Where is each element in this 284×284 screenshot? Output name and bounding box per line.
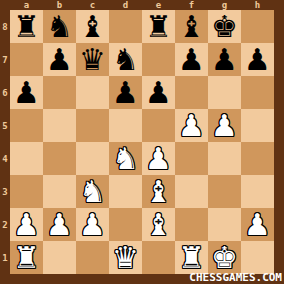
square-h3[interactable] bbox=[241, 175, 274, 208]
piece-black-pawn: ♟ bbox=[13, 76, 40, 109]
piece-white-pawn: ♟ bbox=[211, 109, 238, 142]
square-a8[interactable]: ♜ bbox=[10, 10, 43, 43]
square-c8[interactable]: ♝ bbox=[76, 10, 109, 43]
square-f5[interactable]: ♟ bbox=[175, 109, 208, 142]
square-d4[interactable]: ♞ bbox=[109, 142, 142, 175]
piece-white-pawn: ♟ bbox=[178, 109, 205, 142]
square-h8[interactable] bbox=[241, 10, 274, 43]
square-h4[interactable] bbox=[241, 142, 274, 175]
piece-white-rook: ♜ bbox=[178, 241, 205, 274]
square-c2[interactable]: ♟ bbox=[76, 208, 109, 241]
square-g5[interactable]: ♟ bbox=[208, 109, 241, 142]
square-e4[interactable]: ♟ bbox=[142, 142, 175, 175]
square-b2[interactable]: ♟ bbox=[43, 208, 76, 241]
piece-black-pawn: ♟ bbox=[244, 43, 271, 76]
square-g3[interactable] bbox=[208, 175, 241, 208]
piece-white-bishop: ♝ bbox=[145, 175, 172, 208]
piece-black-knight: ♞ bbox=[46, 10, 73, 43]
square-e3[interactable]: ♝ bbox=[142, 175, 175, 208]
square-b5[interactable] bbox=[43, 109, 76, 142]
rank-label-8: 8 bbox=[0, 10, 10, 43]
piece-black-bishop: ♝ bbox=[178, 10, 205, 43]
square-c3[interactable]: ♞ bbox=[76, 175, 109, 208]
square-b3[interactable] bbox=[43, 175, 76, 208]
file-label-h: h bbox=[241, 0, 274, 10]
square-e5[interactable] bbox=[142, 109, 175, 142]
square-a3[interactable] bbox=[10, 175, 43, 208]
square-b1[interactable] bbox=[43, 241, 76, 274]
square-e2[interactable]: ♝ bbox=[142, 208, 175, 241]
square-a1[interactable]: ♜ bbox=[10, 241, 43, 274]
square-f2[interactable] bbox=[175, 208, 208, 241]
square-d7[interactable]: ♞ bbox=[109, 43, 142, 76]
piece-white-pawn: ♟ bbox=[46, 208, 73, 241]
piece-white-king: ♚ bbox=[211, 241, 238, 274]
square-h7[interactable]: ♟ bbox=[241, 43, 274, 76]
square-a7[interactable] bbox=[10, 43, 43, 76]
rank-label-3: 3 bbox=[0, 175, 10, 208]
piece-black-queen: ♛ bbox=[79, 43, 106, 76]
square-d6[interactable]: ♟ bbox=[109, 76, 142, 109]
piece-white-knight: ♞ bbox=[112, 142, 139, 175]
square-b7[interactable]: ♟ bbox=[43, 43, 76, 76]
piece-black-king: ♚ bbox=[211, 10, 238, 43]
chess-board: ♜♞♝♜♝♚♟♛♞♟♟♟♟♟♟♟♟♞♟♞♝♟♟♟♝♟♜♛♜♚ bbox=[10, 10, 274, 274]
square-h1[interactable] bbox=[241, 241, 274, 274]
piece-white-pawn: ♟ bbox=[244, 208, 271, 241]
rank-label-2: 2 bbox=[0, 208, 10, 241]
square-f4[interactable] bbox=[175, 142, 208, 175]
square-d8[interactable] bbox=[109, 10, 142, 43]
square-a6[interactable]: ♟ bbox=[10, 76, 43, 109]
square-f8[interactable]: ♝ bbox=[175, 10, 208, 43]
square-c6[interactable] bbox=[76, 76, 109, 109]
square-h5[interactable] bbox=[241, 109, 274, 142]
piece-white-rook: ♜ bbox=[13, 241, 40, 274]
square-e1[interactable] bbox=[142, 241, 175, 274]
piece-black-knight: ♞ bbox=[112, 43, 139, 76]
rank-label-4: 4 bbox=[0, 142, 10, 175]
square-b6[interactable] bbox=[43, 76, 76, 109]
square-e6[interactable]: ♟ bbox=[142, 76, 175, 109]
square-d5[interactable] bbox=[109, 109, 142, 142]
piece-black-pawn: ♟ bbox=[46, 43, 73, 76]
square-c5[interactable] bbox=[76, 109, 109, 142]
square-b4[interactable] bbox=[43, 142, 76, 175]
rank-label-5: 5 bbox=[0, 109, 10, 142]
square-c1[interactable] bbox=[76, 241, 109, 274]
piece-black-pawn: ♟ bbox=[178, 43, 205, 76]
square-f6[interactable] bbox=[175, 76, 208, 109]
square-f1[interactable]: ♜ bbox=[175, 241, 208, 274]
piece-white-pawn: ♟ bbox=[145, 142, 172, 175]
square-g2[interactable] bbox=[208, 208, 241, 241]
piece-black-rook: ♜ bbox=[145, 10, 172, 43]
rank-label-1: 1 bbox=[0, 241, 10, 274]
piece-white-pawn: ♟ bbox=[13, 208, 40, 241]
square-g8[interactable]: ♚ bbox=[208, 10, 241, 43]
rank-label-7: 7 bbox=[0, 43, 10, 76]
square-e7[interactable] bbox=[142, 43, 175, 76]
square-d1[interactable]: ♛ bbox=[109, 241, 142, 274]
square-a4[interactable] bbox=[10, 142, 43, 175]
chess-diagram: abcdefgh 87654321 ♜♞♝♜♝♚♟♛♞♟♟♟♟♟♟♟♟♞♟♞♝♟… bbox=[0, 0, 284, 284]
square-g1[interactable]: ♚ bbox=[208, 241, 241, 274]
piece-black-pawn: ♟ bbox=[112, 76, 139, 109]
square-f7[interactable]: ♟ bbox=[175, 43, 208, 76]
square-g6[interactable] bbox=[208, 76, 241, 109]
chessgames-watermark: CHESSGAMES.COM bbox=[189, 272, 282, 284]
square-d2[interactable] bbox=[109, 208, 142, 241]
square-d3[interactable] bbox=[109, 175, 142, 208]
piece-white-bishop: ♝ bbox=[145, 208, 172, 241]
square-b8[interactable]: ♞ bbox=[43, 10, 76, 43]
piece-black-pawn: ♟ bbox=[211, 43, 238, 76]
square-f3[interactable] bbox=[175, 175, 208, 208]
piece-white-knight: ♞ bbox=[79, 175, 106, 208]
square-h2[interactable]: ♟ bbox=[241, 208, 274, 241]
piece-white-queen: ♛ bbox=[112, 241, 139, 274]
piece-black-pawn: ♟ bbox=[145, 76, 172, 109]
square-c4[interactable] bbox=[76, 142, 109, 175]
rank-labels: 87654321 bbox=[0, 10, 10, 274]
square-a5[interactable] bbox=[10, 109, 43, 142]
square-h6[interactable] bbox=[241, 76, 274, 109]
square-g4[interactable] bbox=[208, 142, 241, 175]
square-a2[interactable]: ♟ bbox=[10, 208, 43, 241]
piece-black-rook: ♜ bbox=[13, 10, 40, 43]
file-label-d: d bbox=[109, 0, 142, 10]
square-e8[interactable]: ♜ bbox=[142, 10, 175, 43]
piece-black-bishop: ♝ bbox=[79, 10, 106, 43]
piece-white-pawn: ♟ bbox=[79, 208, 106, 241]
rank-label-6: 6 bbox=[0, 76, 10, 109]
square-c7[interactable]: ♛ bbox=[76, 43, 109, 76]
square-g7[interactable]: ♟ bbox=[208, 43, 241, 76]
